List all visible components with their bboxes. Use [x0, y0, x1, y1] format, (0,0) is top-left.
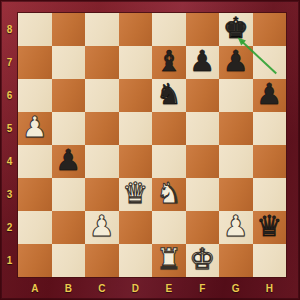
square-h7[interactable] [253, 46, 287, 79]
square-g4[interactable] [219, 145, 253, 178]
square-e6[interactable]: ♞ [152, 79, 186, 112]
piece-black-pawn[interactable]: ♟ [256, 80, 282, 109]
square-e7[interactable]: ♝ [152, 46, 186, 79]
square-b2[interactable] [52, 211, 86, 244]
file-label-g: G [219, 279, 253, 297]
square-d5[interactable] [119, 112, 153, 145]
file-label-e: E [152, 279, 186, 297]
square-d2[interactable] [119, 211, 153, 244]
piece-black-pawn[interactable]: ♟ [189, 47, 215, 76]
file-label-f: F [186, 279, 220, 297]
piece-white-pawn[interactable]: ♟ [223, 212, 249, 241]
square-e3[interactable]: ♞ [152, 178, 186, 211]
square-d1[interactable] [119, 244, 153, 277]
square-a1[interactable] [18, 244, 52, 277]
square-a7[interactable] [18, 46, 52, 79]
square-h4[interactable] [253, 145, 287, 178]
square-c3[interactable] [85, 178, 119, 211]
rank-label-1: 1 [2, 244, 17, 277]
square-h6[interactable]: ♟ [253, 79, 287, 112]
file-label-b: B [52, 279, 86, 297]
square-a2[interactable] [18, 211, 52, 244]
square-g7[interactable]: ♟ [219, 46, 253, 79]
square-b5[interactable] [52, 112, 86, 145]
square-f7[interactable]: ♟ [186, 46, 220, 79]
square-f3[interactable] [186, 178, 220, 211]
square-h5[interactable] [253, 112, 287, 145]
square-f2[interactable] [186, 211, 220, 244]
square-d8[interactable] [119, 13, 153, 46]
square-b1[interactable] [52, 244, 86, 277]
square-d7[interactable] [119, 46, 153, 79]
square-h1[interactable] [253, 244, 287, 277]
rank-label-7: 7 [2, 46, 17, 79]
square-b7[interactable] [52, 46, 86, 79]
piece-black-bishop[interactable]: ♝ [156, 47, 182, 76]
board: ♚♝♟♟♞♟♟♟♛♞♟♟♛♜♚ [18, 13, 286, 277]
file-label-d: D [119, 279, 153, 297]
square-c1[interactable] [85, 244, 119, 277]
square-f5[interactable] [186, 112, 220, 145]
square-d4[interactable] [119, 145, 153, 178]
piece-black-pawn[interactable]: ♟ [223, 47, 249, 76]
square-f4[interactable] [186, 145, 220, 178]
piece-black-pawn[interactable]: ♟ [55, 146, 81, 175]
square-c6[interactable] [85, 79, 119, 112]
square-g2[interactable]: ♟ [219, 211, 253, 244]
square-c8[interactable] [85, 13, 119, 46]
piece-white-king[interactable]: ♚ [189, 245, 215, 274]
file-label-c: C [85, 279, 119, 297]
square-f8[interactable] [186, 13, 220, 46]
square-g1[interactable] [219, 244, 253, 277]
chessboard-frame: 87654321 ♚♝♟♟♞♟♟♟♛♞♟♟♛♜♚ ABCDEFGH [0, 0, 300, 300]
piece-black-queen[interactable]: ♛ [256, 212, 282, 241]
square-c5[interactable] [85, 112, 119, 145]
square-c4[interactable] [85, 145, 119, 178]
piece-white-queen[interactable]: ♛ [122, 179, 148, 208]
square-g6[interactable] [219, 79, 253, 112]
file-label-a: A [18, 279, 52, 297]
square-f6[interactable] [186, 79, 220, 112]
piece-white-knight[interactable]: ♞ [156, 179, 182, 208]
square-b3[interactable] [52, 178, 86, 211]
square-h8[interactable] [253, 13, 287, 46]
square-a3[interactable] [18, 178, 52, 211]
square-b4[interactable]: ♟ [52, 145, 86, 178]
square-a8[interactable] [18, 13, 52, 46]
rank-label-8: 8 [2, 13, 17, 46]
square-g5[interactable] [219, 112, 253, 145]
square-f1[interactable]: ♚ [186, 244, 220, 277]
square-g8[interactable]: ♚ [219, 13, 253, 46]
square-a5[interactable]: ♟ [18, 112, 52, 145]
square-a6[interactable] [18, 79, 52, 112]
square-d6[interactable] [119, 79, 153, 112]
piece-white-pawn[interactable]: ♟ [22, 113, 48, 142]
square-a4[interactable] [18, 145, 52, 178]
rank-label-3: 3 [2, 178, 17, 211]
rank-label-2: 2 [2, 211, 17, 244]
square-e1[interactable]: ♜ [152, 244, 186, 277]
square-d3[interactable]: ♛ [119, 178, 153, 211]
square-g3[interactable] [219, 178, 253, 211]
square-e4[interactable] [152, 145, 186, 178]
file-label-h: H [253, 279, 287, 297]
rank-label-4: 4 [2, 145, 17, 178]
square-h2[interactable]: ♛ [253, 211, 287, 244]
piece-white-pawn[interactable]: ♟ [89, 212, 115, 241]
square-e8[interactable] [152, 13, 186, 46]
piece-white-rook[interactable]: ♜ [156, 245, 182, 274]
rank-label-6: 6 [2, 79, 17, 112]
square-h3[interactable] [253, 178, 287, 211]
piece-black-king[interactable]: ♚ [223, 14, 249, 43]
rank-label-5: 5 [2, 112, 17, 145]
square-e2[interactable] [152, 211, 186, 244]
square-c7[interactable] [85, 46, 119, 79]
square-c2[interactable]: ♟ [85, 211, 119, 244]
square-b6[interactable] [52, 79, 86, 112]
square-b8[interactable] [52, 13, 86, 46]
piece-black-knight[interactable]: ♞ [156, 80, 182, 109]
square-e5[interactable] [152, 112, 186, 145]
